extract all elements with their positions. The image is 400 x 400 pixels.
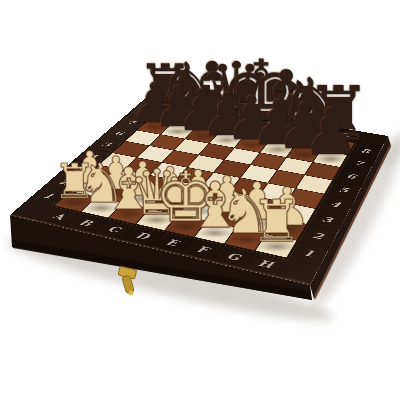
- chess-set-photo: AABBCCDDEEFFGGHH1122334455667788 ♜♞♝♛♚♝♞…: [0, 0, 400, 400]
- piece-shadow: [262, 222, 312, 237]
